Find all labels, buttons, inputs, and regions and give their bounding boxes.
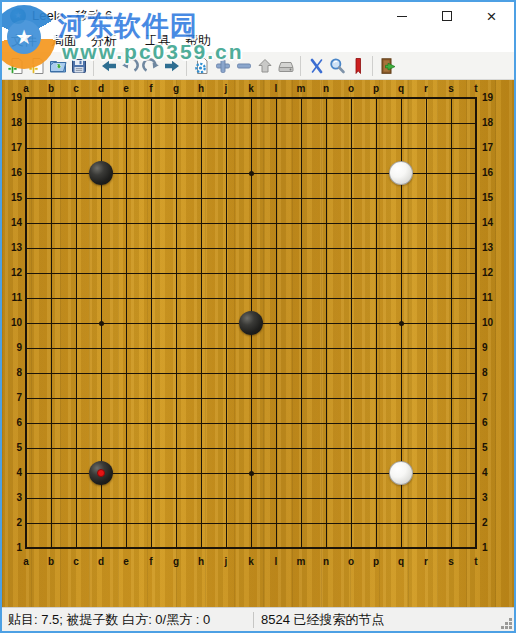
maximize-icon	[442, 11, 452, 21]
coord-label-right: 19	[482, 92, 500, 103]
coord-label-left: 8	[4, 367, 22, 378]
coord-label-bottom: k	[241, 556, 261, 567]
bookmark-button[interactable]	[347, 55, 368, 77]
coord-label-left: 19	[4, 92, 22, 103]
coord-label-left: 13	[4, 242, 22, 253]
stone-black-d16	[89, 161, 113, 185]
coord-label-left: 9	[4, 342, 22, 353]
coord-label-top: p	[366, 83, 386, 94]
star-point	[399, 321, 404, 326]
coord-label-bottom: e	[116, 556, 136, 567]
coord-label-left: 1	[4, 542, 22, 553]
new-file-button[interactable]	[5, 55, 26, 77]
grid-line	[26, 448, 476, 449]
coord-label-right: 10	[482, 317, 500, 328]
coord-label-top: e	[116, 83, 136, 94]
storage-button[interactable]	[275, 55, 296, 77]
coord-label-right: 5	[482, 442, 500, 453]
menu-item-position[interactable]: 局面	[44, 30, 84, 52]
coord-label-top: j	[216, 83, 236, 94]
coord-label-bottom: q	[391, 556, 411, 567]
coord-label-right: 15	[482, 192, 500, 203]
leela-window: ★ 河东软件园 www.pc0359.cn ★ Leela - 移动 6 × 文…	[0, 0, 516, 633]
coord-label-bottom: c	[66, 556, 86, 567]
toolbar-separator	[93, 56, 94, 76]
coord-label-right: 1	[482, 542, 500, 553]
undo-button[interactable]	[119, 55, 140, 77]
grid-line	[376, 98, 377, 548]
coord-label-bottom: j	[216, 556, 236, 567]
coord-label-top: q	[391, 83, 411, 94]
coord-label-right: 12	[482, 267, 500, 278]
grid-line	[26, 398, 476, 399]
go-board[interactable]: aabbccddeeffgghhjjkkllmmnnooppqqrrsstt19…	[2, 80, 514, 607]
coord-label-top: k	[241, 83, 261, 94]
open-file-icon	[49, 57, 67, 75]
close-icon: ×	[487, 8, 497, 25]
stone-black-k10	[239, 311, 263, 335]
coord-label-left: 15	[4, 192, 22, 203]
search-button[interactable]	[326, 55, 347, 77]
grid-line	[451, 98, 452, 548]
coord-label-right: 18	[482, 117, 500, 128]
bookmark-icon	[349, 57, 367, 75]
coord-label-right: 8	[482, 367, 500, 378]
grid-line	[351, 98, 352, 548]
coord-label-top: d	[91, 83, 111, 94]
coord-label-bottom: t	[466, 556, 486, 567]
coord-label-right: 6	[482, 417, 500, 428]
menu-item-help[interactable]: 帮助	[178, 30, 218, 52]
coord-label-top: b	[41, 83, 61, 94]
coord-label-right: 9	[482, 342, 500, 353]
clear-icon	[307, 57, 325, 75]
search-icon	[328, 57, 346, 75]
grid-line	[26, 423, 476, 424]
coord-label-bottom: p	[366, 556, 386, 567]
redo-icon	[142, 57, 160, 75]
toolbar-separator	[186, 56, 187, 76]
coord-label-bottom: m	[291, 556, 311, 567]
new-file-alt-button[interactable]	[26, 55, 47, 77]
coord-label-left: 10	[4, 317, 22, 328]
coord-label-left: 6	[4, 417, 22, 428]
coord-label-right: 13	[482, 242, 500, 253]
maximize-button[interactable]	[424, 2, 469, 30]
coord-label-bottom: a	[16, 556, 36, 567]
window-title: Leela - 移动 6	[32, 7, 112, 25]
toolbar	[2, 52, 514, 80]
save-file-button[interactable]	[68, 55, 89, 77]
exit-icon	[379, 57, 397, 75]
coord-label-left: 4	[4, 467, 22, 478]
grid-line	[276, 98, 277, 548]
status-nodes-searched: 8524 已经搜索的节点	[254, 611, 385, 629]
coord-label-top: f	[141, 83, 161, 94]
undo-icon	[121, 57, 139, 75]
coord-label-right: 11	[482, 292, 500, 303]
coord-label-bottom: h	[191, 556, 211, 567]
coord-label-bottom: b	[41, 556, 61, 567]
close-button[interactable]: ×	[469, 2, 514, 30]
status-komi-captures: 贴目: 7.5; 被提子数 白方: 0/黑方 : 0	[2, 611, 253, 629]
menu-item-analysis[interactable]: 分析	[84, 30, 124, 52]
toolbar-separator	[372, 56, 373, 76]
coord-label-top: g	[166, 83, 186, 94]
titlebar: ★ Leela - 移动 6 ×	[2, 2, 514, 30]
back-button[interactable]	[98, 55, 119, 77]
back-icon	[100, 57, 118, 75]
coord-label-right: 7	[482, 392, 500, 403]
grid-line	[326, 98, 327, 548]
minimize-icon	[397, 16, 407, 17]
coord-label-top: n	[316, 83, 336, 94]
toolbar-separator	[300, 56, 301, 76]
star-point	[249, 471, 254, 476]
coord-label-right: 3	[482, 492, 500, 503]
grid-line	[26, 498, 476, 499]
coord-label-left: 3	[4, 492, 22, 503]
redo-button[interactable]	[140, 55, 161, 77]
coord-label-left: 18	[4, 117, 22, 128]
save-file-icon	[70, 57, 88, 75]
coord-label-bottom: d	[91, 556, 111, 567]
star-point	[249, 171, 254, 176]
coord-label-right: 17	[482, 142, 500, 153]
statusbar: 贴目: 7.5; 被提子数 白方: 0/黑方 : 0 8524 已经搜索的节点	[2, 607, 514, 631]
coord-label-top: r	[416, 83, 436, 94]
clear-button[interactable]	[305, 55, 326, 77]
coord-label-top: l	[266, 83, 286, 94]
grid-line	[26, 373, 476, 374]
coord-label-left: 11	[4, 292, 22, 303]
coord-label-left: 16	[4, 167, 22, 178]
coord-label-top: h	[191, 83, 211, 94]
storage-icon	[277, 57, 295, 75]
analyze-button[interactable]	[191, 55, 212, 77]
menu-item-tools[interactable]: 工具	[138, 30, 178, 52]
coord-label-top: s	[441, 83, 461, 94]
coord-label-bottom: f	[141, 556, 161, 567]
exit-button[interactable]	[377, 55, 398, 77]
coord-label-left: 5	[4, 442, 22, 453]
last-move-marker	[97, 469, 105, 477]
forward-icon	[163, 57, 181, 75]
grid-line	[426, 98, 427, 548]
coord-label-right: 16	[482, 167, 500, 178]
grid-line	[301, 98, 302, 548]
app-icon: ★	[10, 8, 26, 24]
coord-label-left: 2	[4, 517, 22, 528]
menu-item-file[interactable]: 文件	[4, 30, 44, 52]
decrease-button[interactable]	[233, 55, 254, 77]
coord-label-bottom: n	[316, 556, 336, 567]
coord-label-left: 17	[4, 142, 22, 153]
coord-label-bottom: s	[441, 556, 461, 567]
increase-icon	[214, 57, 232, 75]
move-up-icon	[256, 57, 274, 75]
new-file-icon	[7, 57, 25, 75]
coord-label-bottom: g	[166, 556, 186, 567]
menubar: 文件局面分析工具帮助	[2, 30, 514, 52]
grid-line	[26, 523, 476, 524]
coord-label-right: 2	[482, 517, 500, 528]
coord-label-bottom: r	[416, 556, 436, 567]
coord-label-top: o	[341, 83, 361, 94]
coord-label-left: 12	[4, 267, 22, 278]
grid-line	[26, 348, 476, 349]
coord-label-left: 14	[4, 217, 22, 228]
analyze-icon	[193, 57, 211, 75]
stone-white-q4	[389, 461, 413, 485]
resize-grip[interactable]	[509, 626, 512, 629]
coord-label-top: m	[291, 83, 311, 94]
move-up-button[interactable]	[254, 55, 275, 77]
coord-label-right: 14	[482, 217, 500, 228]
new-file-alt-icon	[28, 57, 46, 75]
stone-white-q16	[389, 161, 413, 185]
coord-label-bottom: l	[266, 556, 286, 567]
coord-label-top: c	[66, 83, 86, 94]
minimize-button[interactable]	[379, 2, 424, 30]
coord-label-left: 7	[4, 392, 22, 403]
coord-label-right: 4	[482, 467, 500, 478]
forward-button[interactable]	[161, 55, 182, 77]
stone-black-d4	[89, 461, 113, 485]
increase-button[interactable]	[212, 55, 233, 77]
star-point	[99, 321, 104, 326]
open-file-button[interactable]	[47, 55, 68, 77]
decrease-icon	[235, 57, 253, 75]
coord-label-bottom: o	[341, 556, 361, 567]
